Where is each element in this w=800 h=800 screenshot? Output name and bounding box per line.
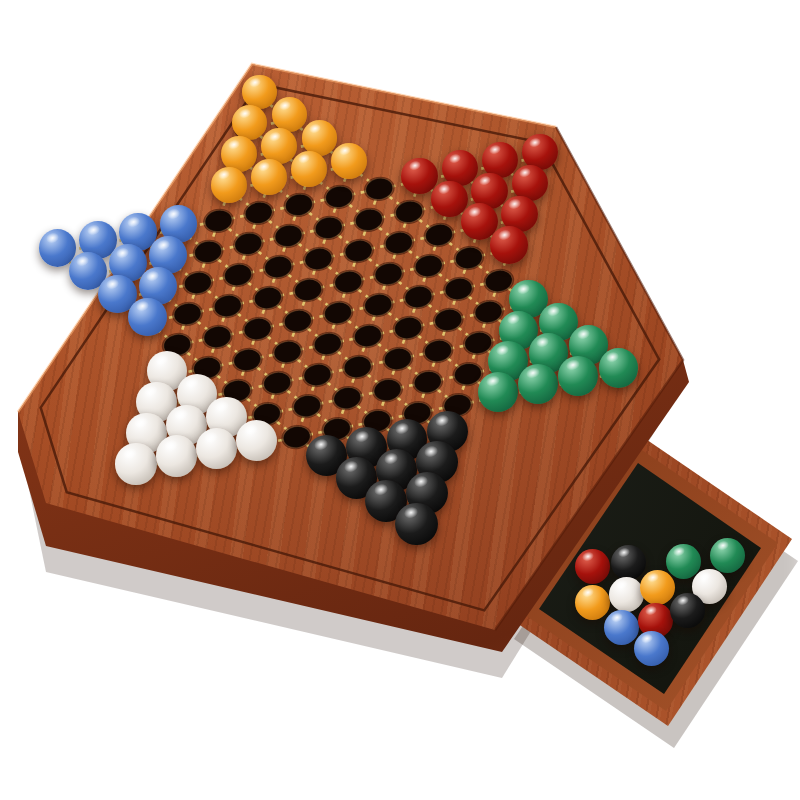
marble-white[interactable] [156, 435, 197, 476]
marble-red[interactable] [431, 181, 468, 218]
marble-black[interactable] [395, 503, 438, 546]
drawer-marble-green[interactable] [666, 544, 701, 579]
product-photo-scene [0, 0, 800, 800]
drawer-marble-white[interactable] [609, 577, 644, 612]
drawer-marble-yellow[interactable] [575, 585, 610, 620]
drawer-marble-black[interactable] [611, 545, 646, 580]
drawer-marble-green[interactable] [710, 538, 745, 573]
marble-green[interactable] [558, 356, 598, 396]
marble-blue[interactable] [128, 298, 167, 337]
marble-yellow[interactable] [331, 143, 367, 179]
marble-yellow[interactable] [242, 75, 277, 110]
marble-yellow[interactable] [291, 151, 327, 187]
marble-green[interactable] [599, 348, 639, 388]
drawer-marble-red[interactable] [575, 549, 610, 584]
drawer-marble-yellow[interactable] [640, 570, 675, 605]
marble-white[interactable] [115, 443, 156, 484]
marble-white[interactable] [236, 420, 277, 461]
marble-green[interactable] [518, 364, 558, 404]
marble-red[interactable] [490, 226, 527, 263]
marble-red[interactable] [401, 158, 437, 194]
drawer-marble-black[interactable] [670, 593, 705, 628]
marble-green[interactable] [478, 372, 518, 412]
drawer-marble-blue[interactable] [604, 610, 639, 645]
marble-white[interactable] [196, 428, 237, 469]
marble-yellow[interactable] [211, 167, 247, 203]
drawer-marble-blue[interactable] [634, 631, 669, 666]
marble-yellow[interactable] [251, 159, 287, 195]
